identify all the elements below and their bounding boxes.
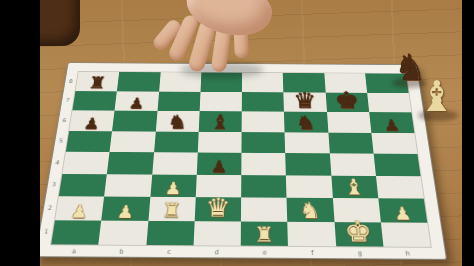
white-rook-e1[interactable]: ♜ <box>254 224 274 245</box>
video-frame: ♜87♟♛♚♟6♞♝♞♟54♟3♟♝♟2♟♜♛♞♟a1bcd♜ef♚gh ♞ ♝ <box>0 0 474 266</box>
black-queen-f7[interactable]: ♛ <box>293 90 317 112</box>
square-h3[interactable] <box>376 176 424 199</box>
black-pawn-a6[interactable]: ♟ <box>83 116 101 131</box>
square-f7[interactable]: ♛ <box>284 92 327 112</box>
square-a7[interactable]: 7 <box>72 91 117 111</box>
square-d5[interactable] <box>198 131 242 152</box>
square-c5[interactable] <box>154 131 199 152</box>
white-queen-d2[interactable]: ♛ <box>205 195 231 221</box>
rank-label-2: 2 <box>47 204 52 211</box>
square-d2[interactable]: ♛ <box>194 197 241 221</box>
square-a3[interactable]: 3 <box>59 174 107 197</box>
square-c3[interactable]: ♟ <box>150 174 197 197</box>
square-f2[interactable]: ♞ <box>287 198 334 222</box>
file-label-e: e <box>262 249 266 257</box>
rank-label-8: 8 <box>69 78 74 84</box>
board-grid: ♜87♟♛♚♟6♞♝♞♟54♟3♟♝♟2♟♜♛♞♟a1bcd♜ef♚gh <box>51 72 431 247</box>
white-king-g1[interactable]: ♚ <box>343 217 373 246</box>
square-b3[interactable] <box>104 174 151 197</box>
square-a1[interactable]: a1 <box>51 220 101 245</box>
square-c6[interactable]: ♞ <box>155 111 199 132</box>
square-e5[interactable] <box>241 132 285 153</box>
square-e3[interactable] <box>241 175 287 198</box>
table-surface: ♜87♟♛♚♟6♞♝♞♟54♟3♟♝♟2♟♜♛♞♟a1bcd♜ef♚gh ♞ ♝ <box>40 0 462 266</box>
chair-corner <box>40 0 80 46</box>
rank-label-4: 4 <box>55 159 60 166</box>
square-g6[interactable] <box>327 112 372 133</box>
rank-label-5: 5 <box>59 138 64 145</box>
captured-white-bishop[interactable]: ♝ <box>418 76 456 118</box>
square-h4[interactable] <box>373 154 420 176</box>
square-g1[interactable]: ♚g <box>334 222 383 247</box>
square-f3[interactable] <box>286 175 332 198</box>
square-d7[interactable] <box>199 91 242 111</box>
black-rook-a8[interactable]: ♜ <box>87 74 107 90</box>
square-e7[interactable] <box>242 92 284 112</box>
black-pawn-b7[interactable]: ♟ <box>128 96 145 111</box>
square-e1[interactable]: ♜e <box>241 221 288 246</box>
white-rook-c2[interactable]: ♜ <box>161 200 182 221</box>
file-label-a: a <box>71 247 76 255</box>
square-b5[interactable] <box>110 131 156 152</box>
square-b1[interactable]: b <box>99 220 148 245</box>
black-knight-c6[interactable]: ♞ <box>167 112 188 131</box>
rank-label-1: 1 <box>43 228 48 236</box>
chess-board: ♜87♟♛♚♟6♞♝♞♟54♟3♟♝♟2♟♜♛♞♟a1bcd♜ef♚gh <box>40 62 447 260</box>
file-label-b: b <box>119 248 124 256</box>
square-f4[interactable] <box>285 153 330 175</box>
black-bishop-d6[interactable]: ♝ <box>210 112 230 131</box>
hand <box>158 0 278 80</box>
file-label-c: c <box>167 248 171 256</box>
square-b7[interactable]: ♟ <box>115 91 159 111</box>
white-pawn-b2[interactable]: ♟ <box>116 203 135 221</box>
square-e4[interactable] <box>241 153 286 175</box>
square-h2[interactable]: ♟ <box>378 198 427 222</box>
chess-board-wrap: ♜87♟♛♚♟6♞♝♞♟54♟3♟♝♟2♟♜♛♞♟a1bcd♜ef♚gh <box>40 62 447 260</box>
rank-label-7: 7 <box>65 97 70 103</box>
white-pawn-c3[interactable]: ♟ <box>164 180 182 197</box>
white-pawn-a2[interactable]: ♟ <box>70 202 89 220</box>
square-a4[interactable]: 4 <box>62 152 109 174</box>
square-e6[interactable] <box>242 111 285 132</box>
file-label-d: d <box>215 248 219 256</box>
square-f1[interactable]: f <box>287 221 335 246</box>
square-c4[interactable] <box>152 152 198 174</box>
square-a8[interactable]: ♜8 <box>76 72 120 91</box>
square-c7[interactable] <box>157 91 200 111</box>
black-king-g7[interactable]: ♚ <box>334 89 360 112</box>
square-a6[interactable]: ♟6 <box>69 110 115 131</box>
square-h1[interactable]: h <box>381 222 431 247</box>
captured-pieces-tray: ♞ ♝ <box>392 48 462 148</box>
file-label-g: g <box>358 249 363 257</box>
square-g5[interactable] <box>328 132 373 153</box>
rank-label-3: 3 <box>51 181 56 188</box>
square-d1[interactable]: d <box>193 221 241 246</box>
square-c2[interactable]: ♜ <box>148 197 196 221</box>
rank-label-6: 6 <box>62 117 67 123</box>
square-d6[interactable]: ♝ <box>198 111 241 132</box>
square-b2[interactable]: ♟ <box>102 197 150 221</box>
white-knight-f2[interactable]: ♞ <box>299 199 322 221</box>
file-label-f: f <box>311 249 314 257</box>
square-f5[interactable] <box>285 132 330 153</box>
white-bishop-g3[interactable]: ♝ <box>343 177 366 199</box>
square-a2[interactable]: ♟2 <box>55 196 104 220</box>
file-label-h: h <box>405 250 410 258</box>
square-a5[interactable]: 5 <box>66 131 112 152</box>
square-c1[interactable]: c <box>146 220 195 245</box>
square-g4[interactable] <box>329 153 375 175</box>
square-g3[interactable]: ♝ <box>331 175 378 198</box>
square-b6[interactable] <box>112 111 157 132</box>
square-b4[interactable] <box>107 152 154 174</box>
square-b8[interactable] <box>117 72 160 91</box>
black-knight-f6[interactable]: ♞ <box>296 113 317 132</box>
white-pawn-h2[interactable]: ♟ <box>393 204 412 222</box>
black-pawn-d4[interactable]: ♟ <box>211 158 228 174</box>
square-e2[interactable] <box>241 197 288 221</box>
square-d4[interactable]: ♟ <box>197 153 242 175</box>
square-g7[interactable]: ♚ <box>325 92 369 112</box>
square-f6[interactable]: ♞ <box>284 112 328 133</box>
